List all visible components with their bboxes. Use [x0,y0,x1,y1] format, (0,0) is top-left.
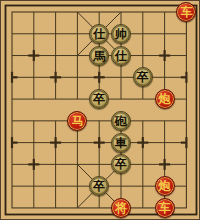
piece-black-advisor[interactable]: 仕 [89,24,109,44]
piece-black-soldier[interactable]: 卒 [133,67,153,87]
piece-black-cannon[interactable]: 砲 [111,111,131,131]
piece-black-advisor[interactable]: 仕 [111,46,131,66]
piece-red-cannon[interactable]: 炮 [155,176,175,196]
piece-red-chariot[interactable]: 车 [155,198,175,218]
piece-red-cannon[interactable]: 炮 [155,89,175,109]
piece-black-horse[interactable]: 馬 [89,46,109,66]
piece-red-general[interactable]: 将 [111,198,131,218]
piece-black-general[interactable]: 帅 [111,24,131,44]
piece-black-chariot[interactable]: 車 [111,133,131,153]
xiangqi-board-window: 车仕帅馬仕卒卒炮马砲車卒卒炮将车 [0,0,200,220]
